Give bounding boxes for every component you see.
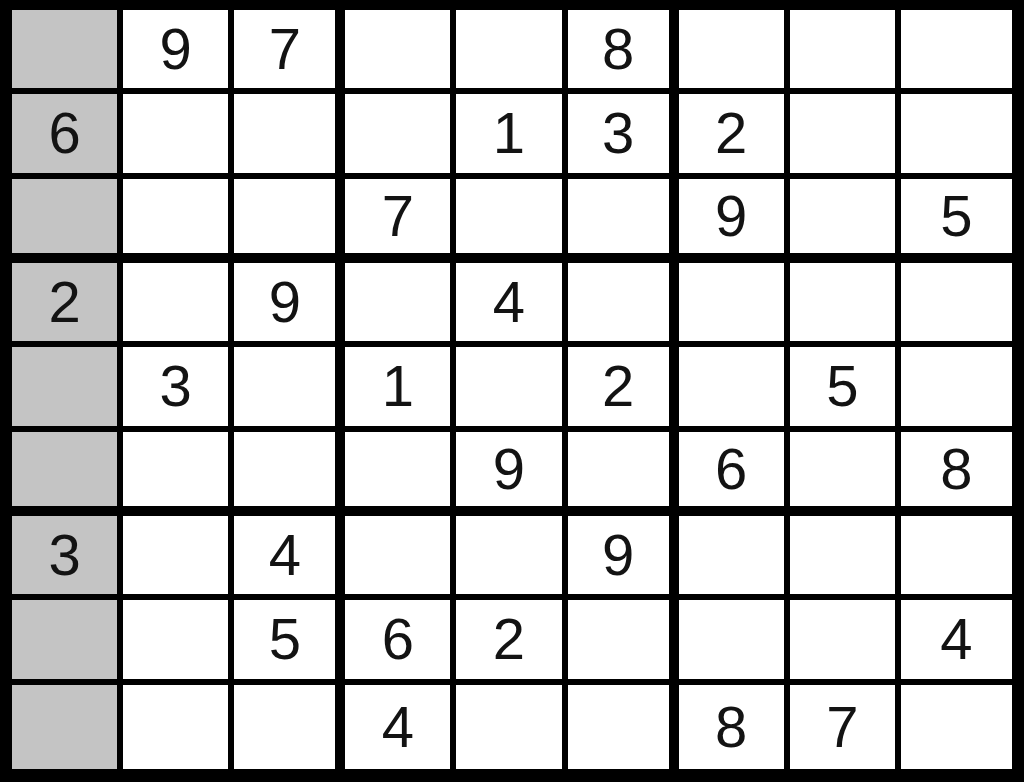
- cell-r9c9-empty[interactable]: [901, 685, 1012, 769]
- cell-r7c8-empty[interactable]: [790, 516, 901, 600]
- cell-r8c3-given[interactable]: 5: [234, 600, 345, 684]
- cell-r2c1-given[interactable]: 6: [12, 94, 123, 178]
- cell-r5c9-empty[interactable]: [901, 347, 1012, 431]
- cell-r7c2-empty[interactable]: [123, 516, 234, 600]
- cell-r3c1-empty[interactable]: [12, 179, 123, 263]
- cell-r5c2-given[interactable]: 3: [123, 347, 234, 431]
- cell-r2c6-given[interactable]: 3: [568, 94, 679, 178]
- cell-r3c6-empty[interactable]: [568, 179, 679, 263]
- cell-r2c2-empty[interactable]: [123, 94, 234, 178]
- cell-r4c9-empty[interactable]: [901, 263, 1012, 347]
- cell-r1c5-empty[interactable]: [456, 10, 567, 94]
- cell-r8c5-given[interactable]: 2: [456, 600, 567, 684]
- cell-r7c3-given[interactable]: 4: [234, 516, 345, 600]
- cell-r9c7-given[interactable]: 8: [679, 685, 790, 769]
- cell-r9c6-empty[interactable]: [568, 685, 679, 769]
- cell-r6c8-empty[interactable]: [790, 432, 901, 516]
- cell-r6c3-empty[interactable]: [234, 432, 345, 516]
- cell-r9c1-empty[interactable]: [12, 685, 123, 769]
- cell-r6c6-empty[interactable]: [568, 432, 679, 516]
- cell-r4c2-empty[interactable]: [123, 263, 234, 347]
- cell-r4c7-empty[interactable]: [679, 263, 790, 347]
- cell-r6c7-given[interactable]: 6: [679, 432, 790, 516]
- cell-r1c3-given[interactable]: 7: [234, 10, 345, 94]
- cell-r4c8-empty[interactable]: [790, 263, 901, 347]
- cell-r4c1-given[interactable]: 2: [12, 263, 123, 347]
- cell-r9c2-empty[interactable]: [123, 685, 234, 769]
- cell-r6c1-empty[interactable]: [12, 432, 123, 516]
- cell-r1c1-empty[interactable]: [12, 10, 123, 94]
- cell-r9c8-given[interactable]: 7: [790, 685, 901, 769]
- cell-r2c8-empty[interactable]: [790, 94, 901, 178]
- cell-r5c7-empty[interactable]: [679, 347, 790, 431]
- cell-r7c6-given[interactable]: 9: [568, 516, 679, 600]
- cell-r6c2-empty[interactable]: [123, 432, 234, 516]
- cell-r8c1-empty[interactable]: [12, 600, 123, 684]
- cell-r5c5-empty[interactable]: [456, 347, 567, 431]
- cell-r7c1-given[interactable]: 3: [12, 516, 123, 600]
- cell-r8c9-given[interactable]: 4: [901, 600, 1012, 684]
- cell-r8c2-empty[interactable]: [123, 600, 234, 684]
- cell-r5c1-empty[interactable]: [12, 347, 123, 431]
- cell-r1c6-given[interactable]: 8: [568, 10, 679, 94]
- cell-r3c8-empty[interactable]: [790, 179, 901, 263]
- cell-r3c3-empty[interactable]: [234, 179, 345, 263]
- cell-r9c4-given[interactable]: 4: [345, 685, 456, 769]
- cell-r2c9-empty[interactable]: [901, 94, 1012, 178]
- cell-r6c5-given[interactable]: 9: [456, 432, 567, 516]
- cell-r8c6-empty[interactable]: [568, 600, 679, 684]
- cell-r3c4-given[interactable]: 7: [345, 179, 456, 263]
- cell-r4c5-given[interactable]: 4: [456, 263, 567, 347]
- cell-r1c9-empty[interactable]: [901, 10, 1012, 94]
- cell-r2c3-empty[interactable]: [234, 94, 345, 178]
- cell-r3c7-given[interactable]: 9: [679, 179, 790, 263]
- cell-r7c7-empty[interactable]: [679, 516, 790, 600]
- cell-r7c5-empty[interactable]: [456, 516, 567, 600]
- cell-r9c5-empty[interactable]: [456, 685, 567, 769]
- cell-r8c7-empty[interactable]: [679, 600, 790, 684]
- cell-r1c8-empty[interactable]: [790, 10, 901, 94]
- cell-r3c5-empty[interactable]: [456, 179, 567, 263]
- cell-r6c9-given[interactable]: 8: [901, 432, 1012, 516]
- sudoku-board: 978613279529431259683495624487: [0, 0, 1024, 782]
- cell-r8c8-empty[interactable]: [790, 600, 901, 684]
- cell-r4c6-empty[interactable]: [568, 263, 679, 347]
- cell-r1c7-empty[interactable]: [679, 10, 790, 94]
- cell-r1c2-given[interactable]: 9: [123, 10, 234, 94]
- cell-r9c3-empty[interactable]: [234, 685, 345, 769]
- cell-r4c4-empty[interactable]: [345, 263, 456, 347]
- cell-r5c8-given[interactable]: 5: [790, 347, 901, 431]
- cell-r5c6-given[interactable]: 2: [568, 347, 679, 431]
- cell-r6c4-empty[interactable]: [345, 432, 456, 516]
- cell-r1c4-empty[interactable]: [345, 10, 456, 94]
- cell-r3c9-given[interactable]: 5: [901, 179, 1012, 263]
- cell-r5c3-empty[interactable]: [234, 347, 345, 431]
- cell-r4c3-given[interactable]: 9: [234, 263, 345, 347]
- cell-r5c4-given[interactable]: 1: [345, 347, 456, 431]
- cell-r2c4-empty[interactable]: [345, 94, 456, 178]
- cell-r3c2-empty[interactable]: [123, 179, 234, 263]
- cell-r2c5-given[interactable]: 1: [456, 94, 567, 178]
- cell-r8c4-given[interactable]: 6: [345, 600, 456, 684]
- cell-r2c7-given[interactable]: 2: [679, 94, 790, 178]
- cell-r7c9-empty[interactable]: [901, 516, 1012, 600]
- cell-r7c4-empty[interactable]: [345, 516, 456, 600]
